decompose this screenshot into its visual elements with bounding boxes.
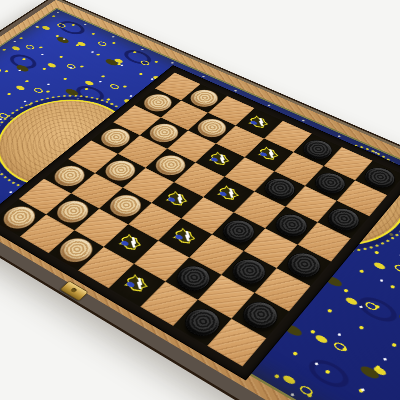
board-photo-scene [0, 0, 400, 400]
bird-dart-ornament-icon [116, 233, 145, 254]
bird-dart-ornament-icon [122, 273, 153, 295]
bird-dart-ornament-icon [171, 227, 200, 247]
game-case [0, 0, 400, 400]
bird-dart-ornament-icon [164, 190, 192, 209]
bird-dart-ornament-icon [256, 146, 283, 163]
bird-dart-ornament-icon [215, 185, 243, 204]
bird-dart-ornament-icon [246, 115, 272, 131]
bird-dart-ornament-icon [207, 151, 234, 168]
